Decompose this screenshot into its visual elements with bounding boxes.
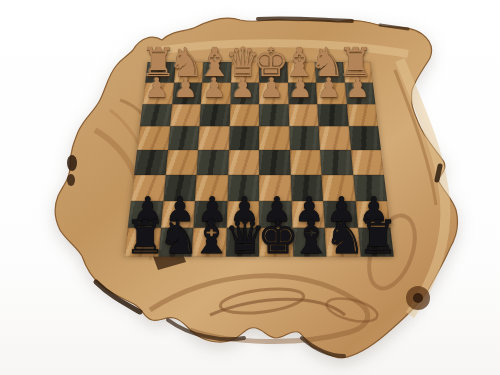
piece-white-pawn[interactable]: ♟	[317, 74, 341, 101]
piece-white-pawn[interactable]: ♟	[173, 74, 197, 101]
square-r5c1[interactable]	[134, 150, 167, 175]
square-r4c3[interactable]	[198, 126, 229, 150]
piece-white-pawn[interactable]: ♟	[145, 74, 169, 101]
bark-right-notch	[437, 166, 440, 180]
square-r3c5[interactable]	[259, 104, 289, 126]
square-r4c2[interactable]	[168, 126, 200, 150]
square-r5c8[interactable]	[351, 150, 384, 175]
square-r4c1[interactable]	[137, 126, 170, 150]
square-r3c8[interactable]	[346, 104, 378, 126]
square-r4c6[interactable]	[289, 126, 320, 150]
piece-white-pawn[interactable]: ♟	[259, 74, 283, 101]
piece-white-pawn[interactable]: ♟	[231, 74, 255, 101]
piece-white-pawn[interactable]: ♟	[202, 74, 226, 101]
square-r5c2[interactable]	[165, 150, 198, 175]
square-r3c3[interactable]	[199, 104, 229, 126]
square-r5c7[interactable]	[320, 150, 353, 175]
square-r3c4[interactable]	[229, 104, 259, 126]
square-r3c2[interactable]	[170, 104, 201, 126]
square-r5c5[interactable]	[259, 150, 290, 175]
square-r3c1[interactable]	[140, 104, 172, 126]
product-photo-canvas: ♜♞♝♛♚♝♞♜♟♟♟♟♟♟♟♟♟♟♟♟♟♟♟♟♜♞♝♛♚♝♞♜	[0, 0, 500, 375]
square-r4c7[interactable]	[319, 126, 351, 150]
piece-white-pawn[interactable]: ♟	[346, 74, 370, 101]
square-r5c4[interactable]	[228, 150, 259, 175]
square-r3c6[interactable]	[288, 104, 318, 126]
square-r5c6[interactable]	[290, 150, 322, 175]
piece-black-rook[interactable]: ♜	[357, 214, 398, 260]
square-r4c8[interactable]	[348, 126, 381, 150]
square-r3c7[interactable]	[317, 104, 348, 126]
bark-spot-left2	[67, 174, 75, 186]
knot-bottom-right-core	[413, 293, 423, 303]
square-r4c4[interactable]	[229, 126, 260, 150]
piece-white-pawn[interactable]: ♟	[288, 74, 312, 101]
bark-spot-left1	[67, 155, 77, 171]
square-r4c5[interactable]	[259, 126, 290, 150]
square-r5c3[interactable]	[197, 150, 229, 175]
